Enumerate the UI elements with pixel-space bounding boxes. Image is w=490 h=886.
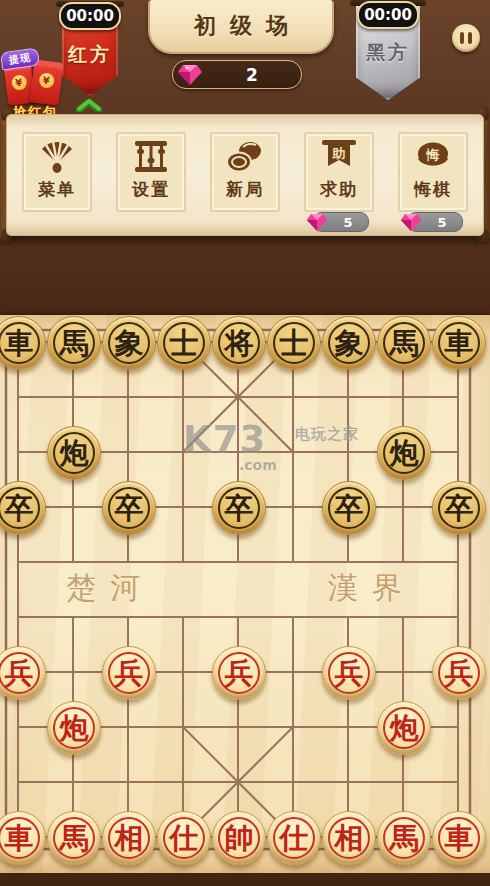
piece-glyph: 馬 xyxy=(390,329,419,358)
watermark-right: 电玩之家 xyxy=(295,425,359,444)
piece-glyph: 炮 xyxy=(390,439,419,468)
watermark: K73 .com 电玩之家 xyxy=(183,421,333,473)
piece-red-elephant[interactable]: 相 xyxy=(322,811,376,865)
new-game-button-label: 新局 xyxy=(226,181,264,198)
piece-glyph: 馬 xyxy=(390,824,419,853)
piece-glyph: 象 xyxy=(335,329,364,358)
gem-icon xyxy=(177,64,203,86)
piece-glyph: 兵 xyxy=(445,659,474,688)
piece-red-chariot[interactable]: 車 xyxy=(432,811,486,865)
piece-red-soldier[interactable]: 兵 xyxy=(212,646,266,700)
settings-button-label: 设置 xyxy=(132,181,170,198)
pause-button[interactable] xyxy=(452,24,480,52)
piece-black-general[interactable]: 将 xyxy=(212,316,266,370)
piece-glyph: 車 xyxy=(5,824,34,853)
piece-red-advisor[interactable]: 仕 xyxy=(267,811,321,865)
black-timer: 00:00 xyxy=(357,1,419,29)
svg-text:助: 助 xyxy=(332,146,346,161)
piece-red-horse[interactable]: 馬 xyxy=(377,811,431,865)
piece-red-cannon[interactable]: 炮 xyxy=(47,701,101,755)
piece-red-soldier[interactable]: 兵 xyxy=(432,646,486,700)
help-button-label: 求助 xyxy=(320,181,358,198)
piece-black-elephant[interactable]: 象 xyxy=(322,316,376,370)
abacus-icon xyxy=(131,137,171,177)
help-banner-icon: 助 xyxy=(319,137,359,177)
piece-glyph: 卒 xyxy=(115,494,144,523)
menu-buttons: 菜单 设置 新局 xyxy=(22,132,468,212)
watermark-sub: .com xyxy=(239,457,277,473)
piece-black-soldier[interactable]: 卒 xyxy=(322,481,376,535)
piece-black-soldier[interactable]: 卒 xyxy=(102,481,156,535)
gem-icon xyxy=(306,213,328,232)
piece-glyph: 馬 xyxy=(60,329,89,358)
black-side-label: 黑方 xyxy=(366,40,410,66)
undo-cost-value: 5 xyxy=(422,215,462,230)
piece-black-advisor[interactable]: 士 xyxy=(157,316,211,370)
piece-red-horse[interactable]: 馬 xyxy=(47,811,101,865)
help-cost-value: 5 xyxy=(328,215,368,230)
watermark-main: K73 xyxy=(183,421,266,458)
turn-indicator-chevron-icon xyxy=(76,94,102,112)
menu-button-label: 菜单 xyxy=(38,181,76,198)
piece-black-soldier[interactable]: 卒 xyxy=(212,481,266,535)
undo-button[interactable]: 悔 悔棋 5 xyxy=(398,132,468,212)
piece-glyph: 士 xyxy=(280,329,309,358)
piece-glyph: 将 xyxy=(225,329,254,358)
piece-glyph: 兵 xyxy=(5,659,34,688)
piece-black-advisor[interactable]: 士 xyxy=(267,316,321,370)
piece-glyph: 炮 xyxy=(390,714,419,743)
piece-glyph: 車 xyxy=(445,329,474,358)
piece-glyph: 兵 xyxy=(335,659,364,688)
piece-glyph: 車 xyxy=(5,329,34,358)
piece-glyph: 仕 xyxy=(280,824,309,853)
piece-red-soldier[interactable]: 兵 xyxy=(322,646,376,700)
piece-black-cannon[interactable]: 炮 xyxy=(377,426,431,480)
undo-cost-badge: 5 xyxy=(407,212,463,232)
piece-red-advisor[interactable]: 仕 xyxy=(157,811,211,865)
piece-glyph: 帥 xyxy=(225,824,254,853)
gem-icon xyxy=(400,213,422,232)
svg-text:悔: 悔 xyxy=(426,147,440,162)
piece-glyph: 馬 xyxy=(60,824,89,853)
piece-glyph: 卒 xyxy=(5,494,34,523)
game-pieces-icon xyxy=(225,137,265,177)
piece-glyph: 相 xyxy=(115,824,144,853)
undo-button-label: 悔棋 xyxy=(414,181,452,198)
settings-button[interactable]: 设置 xyxy=(116,132,186,212)
piece-red-cannon[interactable]: 炮 xyxy=(377,701,431,755)
red-side-label: 红方 xyxy=(68,42,112,68)
river-label-left: 楚河 xyxy=(66,568,154,609)
piece-red-general[interactable]: 帥 xyxy=(212,811,266,865)
piece-black-soldier[interactable]: 卒 xyxy=(432,481,486,535)
piece-glyph: 兵 xyxy=(225,659,254,688)
piece-glyph: 卒 xyxy=(335,494,364,523)
gem-counter[interactable]: 2 xyxy=(172,60,302,89)
piece-glyph: 相 xyxy=(335,824,364,853)
fan-icon xyxy=(37,137,77,177)
pause-icon xyxy=(460,32,464,44)
piece-glyph: 車 xyxy=(445,824,474,853)
piece-glyph: 卒 xyxy=(445,494,474,523)
xiangqi-board[interactable]: 楚河 漢界 K73 .com 电玩之家 車馬象士将士象馬車炮炮卒卒卒卒卒兵兵兵兵… xyxy=(0,315,490,873)
piece-glyph: 炮 xyxy=(60,439,89,468)
piece-red-elephant[interactable]: 相 xyxy=(102,811,156,865)
piece-glyph: 象 xyxy=(115,329,144,358)
help-button[interactable]: 助 求助 5 xyxy=(304,132,374,212)
game-screen: 红方 黑方 00:00 00:00 初级场 2 ¥ ¥ 提现 抢红包 xyxy=(0,0,490,886)
gem-count: 2 xyxy=(203,65,301,85)
piece-black-elephant[interactable]: 象 xyxy=(102,316,156,370)
piece-glyph: 卒 xyxy=(225,494,254,523)
red-timer: 00:00 xyxy=(59,2,121,30)
arena-title: 初级场 xyxy=(180,11,302,41)
piece-glyph: 仕 xyxy=(170,824,199,853)
red-envelope-icon: ¥ xyxy=(29,59,63,105)
piece-black-cannon[interactable]: 炮 xyxy=(47,426,101,480)
piece-glyph: 士 xyxy=(170,329,199,358)
undo-piece-icon: 悔 xyxy=(413,137,453,177)
piece-glyph: 兵 xyxy=(115,659,144,688)
help-cost-badge: 5 xyxy=(313,212,369,232)
river-label-right: 漢界 xyxy=(328,568,416,609)
piece-black-chariot[interactable]: 車 xyxy=(432,316,486,370)
piece-red-soldier[interactable]: 兵 xyxy=(102,646,156,700)
new-game-button[interactable]: 新局 xyxy=(210,132,280,212)
piece-black-horse[interactable]: 馬 xyxy=(47,316,101,370)
piece-black-horse[interactable]: 馬 xyxy=(377,316,431,370)
piece-glyph: 炮 xyxy=(60,714,89,743)
menu-button[interactable]: 菜单 xyxy=(22,132,92,212)
arena-title-banner: 初级场 xyxy=(148,0,334,54)
